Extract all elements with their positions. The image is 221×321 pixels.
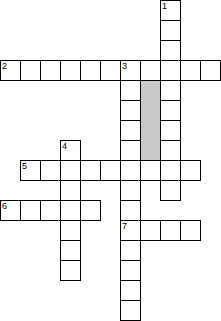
cell-r3c9[interactable] bbox=[180, 60, 201, 81]
cell-r5c8[interactable] bbox=[160, 100, 181, 121]
cell-r15c6[interactable] bbox=[120, 300, 141, 321]
cell-r4c8[interactable] bbox=[160, 80, 181, 101]
cell-r9c8[interactable] bbox=[160, 180, 181, 201]
cell-r12c3[interactable] bbox=[60, 240, 81, 261]
cell-r9c6[interactable] bbox=[120, 180, 141, 201]
cell-r11c3[interactable] bbox=[60, 220, 81, 241]
cell-r7c3[interactable] bbox=[60, 140, 81, 161]
cell-r10c0[interactable] bbox=[0, 200, 21, 221]
cell-r3c0[interactable] bbox=[0, 60, 21, 81]
cell-r8c6[interactable] bbox=[120, 160, 141, 181]
crossword-board: 1234567 bbox=[0, 0, 221, 321]
cell-r11c6[interactable] bbox=[120, 220, 141, 241]
cell-r10c1[interactable] bbox=[20, 200, 41, 221]
cell-r7c8[interactable] bbox=[160, 140, 181, 161]
cell-r8c3[interactable] bbox=[60, 160, 81, 181]
cell-r3c10[interactable] bbox=[200, 60, 221, 81]
cell-r7c6[interactable] bbox=[120, 140, 141, 161]
cell-r6c8[interactable] bbox=[160, 120, 181, 141]
highlight-strip-c7[interactable] bbox=[140, 80, 161, 161]
cell-r10c6[interactable] bbox=[120, 200, 141, 221]
cell-r8c8[interactable] bbox=[160, 160, 181, 181]
cell-r3c2[interactable] bbox=[40, 60, 61, 81]
cell-r5c6[interactable] bbox=[120, 100, 141, 121]
cell-r8c4[interactable] bbox=[80, 160, 101, 181]
cell-r3c8[interactable] bbox=[160, 60, 181, 81]
cell-r12c6[interactable] bbox=[120, 240, 141, 261]
cell-r3c6[interactable] bbox=[120, 60, 141, 81]
cell-r10c2[interactable] bbox=[40, 200, 61, 221]
cell-r11c8[interactable] bbox=[160, 220, 181, 241]
cell-r10c4[interactable] bbox=[80, 200, 101, 221]
cell-r2c8[interactable] bbox=[160, 40, 181, 61]
cell-r9c3[interactable] bbox=[60, 180, 81, 201]
cell-r3c1[interactable] bbox=[20, 60, 41, 81]
cell-r3c7[interactable] bbox=[140, 60, 161, 81]
cell-r4c6[interactable] bbox=[120, 80, 141, 101]
cell-r1c8[interactable] bbox=[160, 20, 181, 41]
cell-r3c3[interactable] bbox=[60, 60, 81, 81]
cell-r10c3[interactable] bbox=[60, 200, 81, 221]
cell-r11c9[interactable] bbox=[180, 220, 201, 241]
cell-r3c4[interactable] bbox=[80, 60, 101, 81]
cell-r0c8[interactable] bbox=[160, 0, 181, 21]
cell-r13c3[interactable] bbox=[60, 260, 81, 281]
cell-r11c7[interactable] bbox=[140, 220, 161, 241]
cell-r8c2[interactable] bbox=[40, 160, 61, 181]
cell-r8c9[interactable] bbox=[180, 160, 201, 181]
cell-r14c6[interactable] bbox=[120, 280, 141, 301]
cell-r8c1[interactable] bbox=[20, 160, 41, 181]
cell-r8c5[interactable] bbox=[100, 160, 121, 181]
cell-r8c7[interactable] bbox=[140, 160, 161, 181]
cell-r13c6[interactable] bbox=[120, 260, 141, 281]
cell-r6c6[interactable] bbox=[120, 120, 141, 141]
cell-r3c5[interactable] bbox=[100, 60, 121, 81]
